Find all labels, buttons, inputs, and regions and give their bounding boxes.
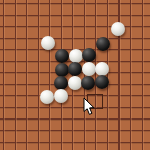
stone-white: [69, 49, 83, 63]
stone-white: [111, 22, 125, 36]
stone-black: [81, 76, 95, 90]
stone-white: [95, 62, 109, 76]
stone-black: [95, 75, 109, 89]
game-screenshot: [0, 0, 150, 150]
stone-white: [68, 76, 82, 90]
stone-black: [96, 37, 110, 51]
stone-white: [41, 36, 55, 50]
stone-white: [82, 62, 96, 76]
stone-white: [54, 89, 68, 103]
mouse-cursor: [83, 98, 94, 116]
stone-black: [55, 63, 69, 77]
stone-black: [54, 76, 68, 90]
stone-black: [55, 49, 69, 63]
stone-black: [82, 48, 96, 62]
stone-white: [40, 90, 54, 104]
stone-black: [68, 62, 82, 76]
